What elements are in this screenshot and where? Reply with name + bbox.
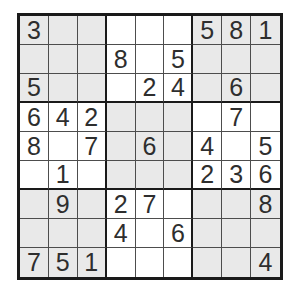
cell-r5c4[interactable]: [107, 132, 136, 161]
cell-r1c1[interactable]: 3: [20, 16, 49, 45]
cell-r4c4[interactable]: [107, 103, 136, 132]
cell-r3c3[interactable]: [78, 74, 107, 103]
cell-r2c3[interactable]: [78, 45, 107, 74]
cell-r7c3[interactable]: [78, 190, 107, 219]
cell-r6c4[interactable]: [107, 161, 136, 190]
cell-r8c5[interactable]: [136, 219, 165, 248]
cell-r1c3[interactable]: [78, 16, 107, 45]
cell-r4c2[interactable]: 4: [49, 103, 78, 132]
cell-r8c9[interactable]: [251, 219, 280, 248]
cell-r5c6[interactable]: [164, 132, 193, 161]
cell-r5c2[interactable]: [49, 132, 78, 161]
cell-r5c9[interactable]: 5: [251, 132, 280, 161]
cell-r3c1[interactable]: 5: [20, 74, 49, 103]
cell-r1c5[interactable]: [136, 16, 165, 45]
cell-r5c5[interactable]: 6: [136, 132, 165, 161]
cell-r2c9[interactable]: [251, 45, 280, 74]
cell-r5c8[interactable]: [222, 132, 251, 161]
cell-r9c8[interactable]: [222, 248, 251, 277]
cell-r6c7[interactable]: 2: [193, 161, 222, 190]
cell-r1c7[interactable]: 5: [193, 16, 222, 45]
cell-r7c6[interactable]: [164, 190, 193, 219]
cell-r9c5[interactable]: [136, 248, 165, 277]
cell-r7c7[interactable]: [193, 190, 222, 219]
cell-r4c6[interactable]: [164, 103, 193, 132]
cell-r9c9[interactable]: 4: [251, 248, 280, 277]
cell-r4c9[interactable]: [251, 103, 280, 132]
cell-r6c1[interactable]: [20, 161, 49, 190]
cell-r2c4[interactable]: 8: [107, 45, 136, 74]
cell-r2c5[interactable]: [136, 45, 165, 74]
cell-r8c2[interactable]: [49, 219, 78, 248]
cell-r5c1[interactable]: 8: [20, 132, 49, 161]
cell-r8c8[interactable]: [222, 219, 251, 248]
cell-r7c9[interactable]: 8: [251, 190, 280, 219]
cell-r1c8[interactable]: 8: [222, 16, 251, 45]
cell-r2c7[interactable]: [193, 45, 222, 74]
cell-r3c6[interactable]: 4: [164, 74, 193, 103]
cell-r7c2[interactable]: 9: [49, 190, 78, 219]
cell-r6c8[interactable]: 3: [222, 161, 251, 190]
cell-r4c5[interactable]: [136, 103, 165, 132]
cell-r5c7[interactable]: 4: [193, 132, 222, 161]
cell-r2c1[interactable]: [20, 45, 49, 74]
cell-r5c3[interactable]: 7: [78, 132, 107, 161]
cell-r9c4[interactable]: [107, 248, 136, 277]
cell-r4c1[interactable]: 6: [20, 103, 49, 132]
cell-r1c9[interactable]: 1: [251, 16, 280, 45]
cell-r8c3[interactable]: [78, 219, 107, 248]
cell-r7c1[interactable]: [20, 190, 49, 219]
cell-r3c4[interactable]: [107, 74, 136, 103]
cell-r7c4[interactable]: 2: [107, 190, 136, 219]
cell-r8c1[interactable]: [20, 219, 49, 248]
cell-r1c2[interactable]: [49, 16, 78, 45]
cell-r1c6[interactable]: [164, 16, 193, 45]
cell-r6c5[interactable]: [136, 161, 165, 190]
cell-r9c3[interactable]: 1: [78, 248, 107, 277]
cell-r8c4[interactable]: 4: [107, 219, 136, 248]
cell-r3c8[interactable]: 6: [222, 74, 251, 103]
cell-r9c2[interactable]: 5: [49, 248, 78, 277]
cell-r6c3[interactable]: [78, 161, 107, 190]
cell-r3c9[interactable]: [251, 74, 280, 103]
cell-r9c6[interactable]: [164, 248, 193, 277]
cell-r4c8[interactable]: 7: [222, 103, 251, 132]
cell-r8c6[interactable]: 6: [164, 219, 193, 248]
cell-r7c5[interactable]: 7: [136, 190, 165, 219]
cell-r3c7[interactable]: [193, 74, 222, 103]
cell-r2c6[interactable]: 5: [164, 45, 193, 74]
cell-r8c7[interactable]: [193, 219, 222, 248]
cell-r7c8[interactable]: [222, 190, 251, 219]
cell-r6c2[interactable]: 1: [49, 161, 78, 190]
cell-r3c5[interactable]: 2: [136, 74, 165, 103]
cell-r4c3[interactable]: 2: [78, 103, 107, 132]
cell-r9c1[interactable]: 7: [20, 248, 49, 277]
cell-r9c7[interactable]: [193, 248, 222, 277]
cell-r2c8[interactable]: [222, 45, 251, 74]
cell-r6c6[interactable]: [164, 161, 193, 190]
cell-r4c7[interactable]: [193, 103, 222, 132]
cell-r6c9[interactable]: 6: [251, 161, 280, 190]
cell-r1c4[interactable]: [107, 16, 136, 45]
cell-r3c2[interactable]: [49, 74, 78, 103]
sudoku-board: 358185524664278764512369278467514: [17, 13, 283, 280]
cell-r2c2[interactable]: [49, 45, 78, 74]
